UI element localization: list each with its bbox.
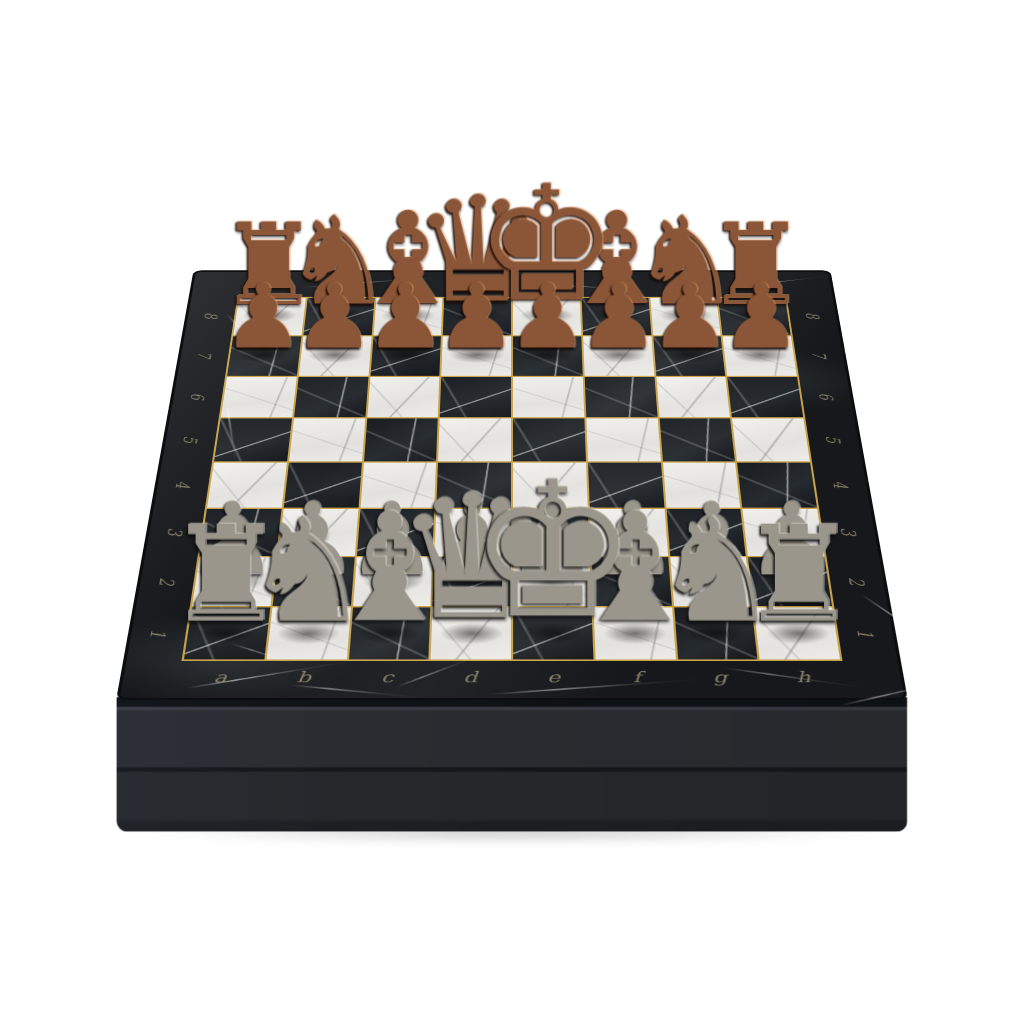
square-h7[interactable]	[723, 336, 797, 375]
rank-label-right-5: 5	[821, 428, 847, 452]
file-label-a: a	[178, 668, 264, 686]
file-label-b: b	[261, 668, 346, 686]
square-g7[interactable]	[653, 336, 726, 375]
square-a7[interactable]	[227, 336, 301, 375]
square-d6[interactable]	[440, 377, 511, 418]
marble-vein	[723, 667, 867, 688]
square-f7[interactable]	[583, 336, 654, 375]
square-c6[interactable]	[367, 377, 440, 418]
square-c7[interactable]	[370, 336, 441, 375]
square-f6[interactable]	[584, 377, 657, 418]
square-a6[interactable]	[221, 377, 297, 418]
marble-vein	[290, 684, 422, 698]
square-g6[interactable]	[656, 377, 730, 418]
rank-label-left-7: 7	[192, 344, 216, 366]
marble-vein	[841, 347, 881, 406]
file-label-f: f	[595, 668, 679, 686]
square-b6[interactable]	[294, 377, 368, 418]
knight-glyph: ♞	[652, 502, 781, 639]
rank-label-right-7: 7	[807, 344, 831, 366]
square-d7[interactable]	[442, 336, 512, 375]
rank-label-right-8: 8	[801, 305, 825, 326]
square-c8[interactable]	[373, 298, 442, 336]
piece-white-silver-knight-b1[interactable]: ♞	[264, 607, 351, 660]
square-e7[interactable]	[513, 336, 583, 375]
square-b7[interactable]	[299, 336, 372, 375]
knight-glyph: ♞	[243, 502, 372, 639]
marble-vein	[860, 593, 957, 659]
square-d8[interactable]	[443, 298, 511, 336]
square-g5[interactable]	[659, 419, 735, 462]
square-b8[interactable]	[303, 298, 374, 336]
rank-label-left-5: 5	[178, 428, 204, 452]
rank-label-left-8: 8	[199, 305, 223, 326]
square-f8[interactable]	[581, 298, 650, 336]
square-c5[interactable]	[364, 419, 438, 462]
file-label-g: g	[678, 668, 763, 686]
chess-board: abcdefgh8877665544332211 ♜♞♝♛♚♝♞♜♟♟♟♟♟♟♟…	[120, 272, 904, 698]
file-label-e: e	[512, 668, 596, 686]
marble-vein	[490, 679, 700, 695]
square-h8[interactable]	[718, 298, 790, 336]
rank-label-right-6: 6	[814, 385, 839, 407]
square-g8[interactable]	[650, 298, 721, 336]
file-label-h: h	[761, 668, 847, 686]
square-b5[interactable]	[289, 419, 365, 462]
rank-label-left-6: 6	[185, 385, 210, 407]
square-e6[interactable]	[513, 377, 584, 418]
marble-vein	[864, 478, 921, 535]
product-photo-stage: abcdefgh8877665544332211 ♜♞♝♛♚♝♞♜♟♟♟♟♟♟♟…	[0, 0, 1024, 1024]
king-glyph: ♚	[469, 461, 637, 639]
piece-white-silver-king-e1[interactable]: ♚	[512, 607, 595, 660]
square-a5[interactable]	[214, 419, 292, 462]
square-a8[interactable]	[233, 298, 305, 336]
box-front	[117, 697, 908, 831]
piece-white-silver-knight-g1[interactable]: ♞	[673, 607, 760, 660]
square-e8[interactable]	[513, 298, 581, 336]
square-h5[interactable]	[732, 419, 810, 462]
marble-vein	[185, 661, 350, 689]
file-label-c: c	[345, 668, 429, 686]
file-label-d: d	[428, 668, 512, 686]
square-h6[interactable]	[727, 377, 803, 418]
